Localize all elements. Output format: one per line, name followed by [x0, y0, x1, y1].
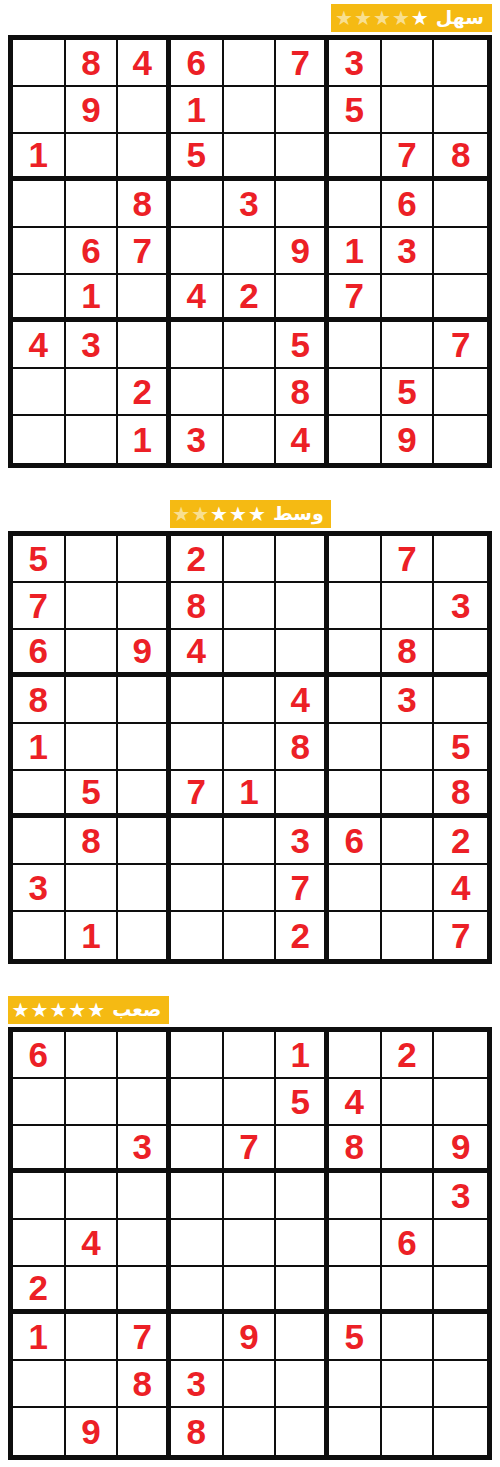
puzzle-hard: ★★★★★ صعب 612543789346217958398 — [8, 996, 492, 1460]
sudoku-cell — [66, 416, 119, 463]
sudoku-cell — [224, 677, 277, 724]
sudoku-cell — [276, 1173, 329, 1220]
sudoku-cell — [66, 1079, 119, 1126]
sudoku-cell — [434, 228, 487, 275]
sudoku-cell — [276, 536, 329, 583]
sudoku-cell — [224, 536, 277, 583]
sudoku-cell — [434, 369, 487, 416]
sudoku-cell: 1 — [66, 275, 119, 322]
sudoku-cell — [118, 1173, 171, 1220]
sudoku-cell — [224, 1173, 277, 1220]
sudoku-cell — [224, 724, 277, 771]
sudoku-cell — [13, 40, 66, 87]
sudoku-cell — [276, 583, 329, 630]
difficulty-label: صعب — [108, 1000, 165, 1021]
sudoku-cell: 3 — [276, 818, 329, 865]
sudoku-cell — [434, 416, 487, 463]
sudoku-cell: 4 — [434, 865, 487, 912]
star-icon: ★ — [191, 504, 209, 524]
sudoku-cell — [276, 771, 329, 818]
sudoku-cell — [276, 181, 329, 228]
sudoku-cell: 5 — [329, 1314, 382, 1361]
sudoku-cell — [66, 369, 119, 416]
sudoku-cell: 9 — [66, 87, 119, 134]
sudoku-cell — [224, 134, 277, 181]
sudoku-cell: 4 — [276, 677, 329, 724]
sudoku-cell: 5 — [434, 724, 487, 771]
sudoku-cell — [171, 369, 224, 416]
sudoku-cell — [224, 40, 277, 87]
sudoku-cell: 7 — [382, 134, 435, 181]
sudoku-cell — [13, 1220, 66, 1267]
sudoku-cell — [118, 771, 171, 818]
sudoku-cell: 5 — [171, 134, 224, 181]
sudoku-cell — [276, 1361, 329, 1408]
sudoku-cell: 9 — [224, 1314, 277, 1361]
sudoku-cell: 9 — [382, 416, 435, 463]
sudoku-cell: 7 — [434, 912, 487, 959]
sudoku-cell — [118, 1267, 171, 1314]
sudoku-cell: 1 — [276, 1032, 329, 1079]
sudoku-cell — [329, 181, 382, 228]
sudoku-cell — [66, 134, 119, 181]
sudoku-cell: 1 — [13, 1314, 66, 1361]
sudoku-cell: 4 — [66, 1220, 119, 1267]
sudoku-cell — [434, 1314, 487, 1361]
sudoku-cell: 2 — [118, 369, 171, 416]
sudoku-cell: 3 — [382, 228, 435, 275]
sudoku-cell: 5 — [276, 1079, 329, 1126]
sudoku-cell — [224, 1361, 277, 1408]
sudoku-cell — [329, 912, 382, 959]
sudoku-cell — [118, 1032, 171, 1079]
sudoku-cell: 1 — [66, 912, 119, 959]
sudoku-cell — [382, 724, 435, 771]
sudoku-cell: 8 — [66, 40, 119, 87]
sudoku-cell — [329, 369, 382, 416]
sudoku-cell — [118, 87, 171, 134]
sudoku-cell: 4 — [118, 40, 171, 87]
sudoku-cell: 8 — [276, 724, 329, 771]
sudoku-cell: 5 — [276, 322, 329, 369]
sudoku-cell: 1 — [171, 87, 224, 134]
sudoku-cell — [13, 1361, 66, 1408]
sudoku-cell — [118, 724, 171, 771]
sudoku-cell — [382, 912, 435, 959]
sudoku-cell — [66, 1173, 119, 1220]
sudoku-cell — [224, 1220, 277, 1267]
sudoku-cell — [118, 865, 171, 912]
sudoku-cell: 9 — [434, 1126, 487, 1173]
sudoku-cell — [118, 912, 171, 959]
star-icon: ★ — [12, 1000, 30, 1020]
sudoku-cell — [13, 1126, 66, 1173]
sudoku-cell — [434, 275, 487, 322]
sudoku-cell — [434, 1408, 487, 1455]
sudoku-cell: 6 — [13, 1032, 66, 1079]
sudoku-cell — [382, 1314, 435, 1361]
sudoku-cell: 6 — [329, 818, 382, 865]
sudoku-cell — [329, 771, 382, 818]
sudoku-cell — [118, 322, 171, 369]
sudoku-cell — [171, 322, 224, 369]
sudoku-cell: 2 — [13, 1267, 66, 1314]
sudoku-cell: 3 — [434, 1173, 487, 1220]
sudoku-cell: 8 — [382, 630, 435, 677]
sudoku-cell: 2 — [434, 818, 487, 865]
sudoku-cell — [224, 369, 277, 416]
sudoku-cell — [329, 630, 382, 677]
sudoku-cell — [66, 1361, 119, 1408]
sudoku-cell — [329, 1267, 382, 1314]
star-icon: ★ — [229, 504, 247, 524]
sudoku-cell — [329, 1032, 382, 1079]
sudoku-cell — [434, 1267, 487, 1314]
sudoku-cell — [13, 275, 66, 322]
sudoku-cell — [13, 87, 66, 134]
star-icon: ★ — [373, 8, 391, 28]
difficulty-banner-easy: ★★★★★ سهل — [331, 4, 492, 32]
sudoku-cell — [382, 1173, 435, 1220]
sudoku-cell — [382, 40, 435, 87]
sudoku-cell: 6 — [66, 228, 119, 275]
sudoku-cell: 5 — [382, 369, 435, 416]
sudoku-cell — [276, 87, 329, 134]
sudoku-cell: 4 — [171, 630, 224, 677]
star-icon: ★ — [354, 8, 372, 28]
difficulty-banner-hard: ★★★★★ صعب — [8, 996, 169, 1024]
sudoku-cell — [171, 1032, 224, 1079]
sudoku-cell: 7 — [329, 275, 382, 322]
star-icon: ★ — [172, 504, 190, 524]
sudoku-cell: 3 — [224, 181, 277, 228]
sudoku-cell: 3 — [66, 322, 119, 369]
sudoku-cell: 2 — [171, 536, 224, 583]
sudoku-cell: 6 — [382, 181, 435, 228]
sudoku-cell: 7 — [276, 865, 329, 912]
sudoku-cell: 7 — [382, 536, 435, 583]
sudoku-cell: 4 — [276, 416, 329, 463]
sudoku-cell — [434, 677, 487, 724]
star-icon: ★ — [335, 8, 353, 28]
sudoku-cell: 6 — [171, 40, 224, 87]
puzzle-medium: ★★★★★ وسط 527783694884318557188362374127 — [8, 500, 492, 964]
sudoku-cell: 8 — [276, 369, 329, 416]
difficulty-label: وسط — [269, 504, 328, 525]
sudoku-cell — [434, 87, 487, 134]
star-icon: ★ — [210, 504, 228, 524]
sudoku-cell — [329, 134, 382, 181]
sudoku-cell — [382, 322, 435, 369]
sudoku-cell: 3 — [171, 1361, 224, 1408]
star-icon: ★ — [30, 1000, 48, 1020]
sudoku-cell — [434, 1361, 487, 1408]
sudoku-cell — [382, 1361, 435, 1408]
sudoku-cell — [171, 228, 224, 275]
sudoku-cell — [224, 87, 277, 134]
sudoku-cell: 9 — [66, 1408, 119, 1455]
sudoku-cell: 7 — [276, 40, 329, 87]
sudoku-cell: 7 — [434, 322, 487, 369]
sudoku-cell — [329, 1361, 382, 1408]
sudoku-cell — [276, 134, 329, 181]
sudoku-cell — [329, 1408, 382, 1455]
sudoku-cell — [224, 322, 277, 369]
sudoku-cell — [224, 1032, 277, 1079]
sudoku-cell — [276, 1126, 329, 1173]
sudoku-cell — [13, 369, 66, 416]
sudoku-cell — [13, 1079, 66, 1126]
sudoku-cell — [13, 181, 66, 228]
sudoku-cell: 8 — [171, 1408, 224, 1455]
sudoku-cell — [276, 1408, 329, 1455]
sudoku-cell — [382, 275, 435, 322]
sudoku-cell: 5 — [329, 87, 382, 134]
sudoku-cell — [224, 416, 277, 463]
sudoku-cell — [171, 1267, 224, 1314]
sudoku-cell — [171, 912, 224, 959]
sudoku-cell: 3 — [118, 1126, 171, 1173]
sudoku-cell — [13, 416, 66, 463]
sudoku-cell — [66, 1267, 119, 1314]
sudoku-cell — [276, 275, 329, 322]
sudoku-page: ★★★★★ سهل 846739151578836679131427435728… — [0, 0, 500, 1467]
sudoku-cell: 8 — [329, 1126, 382, 1173]
sudoku-grid: 527783694884318557188362374127 — [8, 531, 492, 964]
sudoku-cell — [118, 1408, 171, 1455]
stars: ★★★★★ — [12, 1000, 106, 1020]
sudoku-cell: 9 — [276, 228, 329, 275]
sudoku-cell — [66, 1032, 119, 1079]
sudoku-cell — [382, 818, 435, 865]
sudoku-cell — [13, 818, 66, 865]
sudoku-cell — [382, 1079, 435, 1126]
sudoku-cell: 8 — [434, 134, 487, 181]
sudoku-cell: 1 — [224, 771, 277, 818]
sudoku-cell — [224, 818, 277, 865]
star-icon: ★ — [411, 8, 429, 28]
sudoku-cell — [329, 322, 382, 369]
sudoku-cell: 2 — [276, 912, 329, 959]
sudoku-cell — [276, 1314, 329, 1361]
sudoku-cell — [382, 1408, 435, 1455]
sudoku-cell — [224, 865, 277, 912]
sudoku-cell — [434, 1032, 487, 1079]
sudoku-cell: 1 — [13, 134, 66, 181]
sudoku-cell — [434, 181, 487, 228]
sudoku-cell — [118, 1079, 171, 1126]
sudoku-cell — [66, 181, 119, 228]
sudoku-cell — [329, 583, 382, 630]
star-icon: ★ — [248, 504, 266, 524]
sudoku-cell — [171, 818, 224, 865]
sudoku-cell: 3 — [382, 677, 435, 724]
sudoku-cell — [224, 912, 277, 959]
sudoku-cell: 6 — [382, 1220, 435, 1267]
sudoku-cell: 7 — [171, 771, 224, 818]
sudoku-cell — [171, 1220, 224, 1267]
sudoku-cell: 2 — [224, 275, 277, 322]
sudoku-cell — [382, 1267, 435, 1314]
sudoku-cell: 2 — [382, 1032, 435, 1079]
star-icon: ★ — [87, 1000, 105, 1020]
sudoku-cell: 1 — [118, 416, 171, 463]
sudoku-cell — [171, 1173, 224, 1220]
sudoku-cell — [66, 536, 119, 583]
sudoku-cell: 4 — [13, 322, 66, 369]
sudoku-cell — [329, 536, 382, 583]
sudoku-cell: 8 — [118, 181, 171, 228]
sudoku-cell: 8 — [118, 1361, 171, 1408]
sudoku-cell: 4 — [171, 275, 224, 322]
sudoku-cell — [13, 1173, 66, 1220]
sudoku-cell — [118, 818, 171, 865]
sudoku-cell — [434, 1079, 487, 1126]
sudoku-cell — [329, 1220, 382, 1267]
sudoku-cell — [66, 1314, 119, 1361]
sudoku-cell — [13, 771, 66, 818]
sudoku-cell — [434, 536, 487, 583]
sudoku-cell: 8 — [66, 818, 119, 865]
sudoku-cell — [66, 1126, 119, 1173]
sudoku-cell: 5 — [66, 771, 119, 818]
sudoku-cell — [66, 583, 119, 630]
sudoku-cell — [13, 912, 66, 959]
sudoku-cell — [276, 630, 329, 677]
sudoku-cell: 4 — [329, 1079, 382, 1126]
sudoku-cell — [171, 181, 224, 228]
sudoku-cell — [382, 865, 435, 912]
sudoku-cell — [224, 228, 277, 275]
sudoku-cell — [382, 583, 435, 630]
sudoku-cell: 7 — [224, 1126, 277, 1173]
sudoku-cell — [171, 1126, 224, 1173]
sudoku-cell — [224, 583, 277, 630]
sudoku-cell — [434, 40, 487, 87]
sudoku-cell — [13, 228, 66, 275]
star-icon: ★ — [392, 8, 410, 28]
sudoku-cell — [224, 1079, 277, 1126]
sudoku-cell — [171, 724, 224, 771]
sudoku-cell: 9 — [118, 630, 171, 677]
stars: ★★★★★ — [335, 8, 429, 28]
sudoku-cell — [66, 865, 119, 912]
sudoku-cell — [329, 724, 382, 771]
sudoku-cell — [329, 1173, 382, 1220]
sudoku-cell — [329, 865, 382, 912]
sudoku-cell — [224, 630, 277, 677]
difficulty-label: سهل — [432, 8, 488, 29]
sudoku-cell — [434, 630, 487, 677]
sudoku-cell — [118, 677, 171, 724]
sudoku-cell — [118, 536, 171, 583]
star-icon: ★ — [49, 1000, 67, 1020]
sudoku-cell — [382, 87, 435, 134]
sudoku-cell — [382, 771, 435, 818]
sudoku-cell — [118, 134, 171, 181]
sudoku-cell — [13, 1408, 66, 1455]
sudoku-cell: 5 — [13, 536, 66, 583]
sudoku-cell — [276, 1220, 329, 1267]
sudoku-cell: 1 — [13, 724, 66, 771]
sudoku-cell: 3 — [434, 583, 487, 630]
sudoku-cell: 1 — [329, 228, 382, 275]
sudoku-grid: 84673915157883667913142743572851349 — [8, 35, 492, 468]
sudoku-grid: 612543789346217958398 — [8, 1027, 492, 1460]
sudoku-cell — [118, 1220, 171, 1267]
sudoku-cell: 8 — [13, 677, 66, 724]
sudoku-cell — [171, 677, 224, 724]
sudoku-cell — [171, 865, 224, 912]
sudoku-cell — [66, 724, 119, 771]
sudoku-cell — [276, 1267, 329, 1314]
stars: ★★★★★ — [172, 504, 266, 524]
puzzle-easy: ★★★★★ سهل 846739151578836679131427435728… — [8, 4, 492, 468]
sudoku-cell: 7 — [118, 1314, 171, 1361]
star-icon: ★ — [68, 1000, 86, 1020]
sudoku-cell — [171, 1314, 224, 1361]
sudoku-cell — [224, 1408, 277, 1455]
sudoku-cell — [66, 630, 119, 677]
difficulty-banner-medium: ★★★★★ وسط — [170, 500, 331, 528]
sudoku-cell — [118, 275, 171, 322]
sudoku-cell — [171, 1079, 224, 1126]
sudoku-cell — [329, 416, 382, 463]
sudoku-cell — [382, 1126, 435, 1173]
sudoku-cell: 7 — [118, 228, 171, 275]
sudoku-cell — [118, 583, 171, 630]
sudoku-cell — [329, 677, 382, 724]
sudoku-cell: 8 — [171, 583, 224, 630]
sudoku-cell — [66, 677, 119, 724]
sudoku-cell: 3 — [13, 865, 66, 912]
sudoku-cell — [434, 1220, 487, 1267]
sudoku-cell: 3 — [329, 40, 382, 87]
sudoku-cell: 6 — [13, 630, 66, 677]
sudoku-cell: 7 — [13, 583, 66, 630]
sudoku-cell — [224, 1267, 277, 1314]
sudoku-cell: 3 — [171, 416, 224, 463]
sudoku-cell: 8 — [434, 771, 487, 818]
